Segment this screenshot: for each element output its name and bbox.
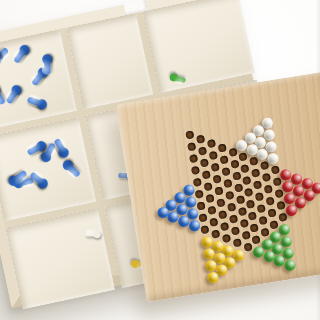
blue-pawn[interactable] [0, 87, 6, 105]
blue-pawn[interactable] [6, 87, 20, 105]
compartment-top-right [143, 0, 255, 93]
photo-stage [0, 0, 320, 320]
blue-peg[interactable] [167, 210, 180, 223]
blue-pawn[interactable] [26, 97, 44, 108]
board-hole[interactable] [195, 190, 204, 199]
board-hole[interactable] [269, 220, 278, 229]
board-hole[interactable] [225, 191, 234, 200]
board-hole[interactable] [248, 212, 257, 221]
board-hole[interactable] [196, 135, 205, 144]
board-cell [157, 205, 169, 218]
board-cell [189, 219, 201, 232]
board-hole[interactable] [201, 225, 210, 234]
board-hole[interactable] [232, 172, 241, 181]
board-cell [252, 245, 264, 258]
board-hole[interactable] [199, 213, 208, 222]
board-hole[interactable] [241, 231, 250, 240]
board-hole[interactable] [270, 165, 279, 174]
board-hole[interactable] [219, 155, 228, 164]
board-hole[interactable] [207, 139, 216, 148]
blue-pawn[interactable] [44, 57, 50, 74]
board-hole[interactable] [209, 218, 218, 227]
board-cell [263, 249, 275, 262]
board-hole[interactable] [220, 222, 229, 231]
blue-peg[interactable] [188, 219, 201, 232]
board-hole[interactable] [259, 216, 268, 225]
board-hole[interactable] [239, 152, 248, 161]
board-hole[interactable] [237, 207, 246, 216]
blue-pawn[interactable] [13, 46, 28, 63]
yellow-peg[interactable] [206, 271, 219, 284]
board-hole[interactable] [230, 160, 239, 169]
board-hole[interactable] [204, 182, 213, 191]
board-hole[interactable] [249, 157, 258, 166]
board-row [157, 205, 169, 218]
board-hole[interactable] [193, 178, 202, 187]
board-hole[interactable] [209, 151, 218, 160]
board-hole[interactable] [242, 176, 251, 185]
board-hole[interactable] [264, 185, 273, 194]
board-hole[interactable] [189, 154, 198, 163]
blue-peg[interactable] [178, 215, 191, 228]
board-hole[interactable] [222, 234, 231, 243]
board-hole[interactable] [274, 189, 283, 198]
board-hole[interactable] [239, 219, 248, 228]
board-hole[interactable] [276, 201, 285, 210]
board-hole[interactable] [255, 192, 264, 201]
green-stray-peg[interactable] [172, 75, 186, 83]
board-hole[interactable] [252, 235, 261, 244]
board-hole[interactable] [206, 194, 215, 203]
board-hole[interactable] [236, 195, 245, 204]
compartment-top-middle [67, 13, 153, 109]
compartment-top-left [0, 29, 77, 130]
blue-pawn[interactable] [65, 162, 81, 178]
board-hole[interactable] [221, 167, 230, 176]
board-hole[interactable] [229, 215, 238, 224]
white-stray-peg[interactable] [85, 231, 98, 236]
board-hole[interactable] [257, 204, 266, 213]
board-hole[interactable] [265, 197, 274, 206]
board-hole[interactable] [217, 143, 226, 152]
blue-pawn[interactable] [54, 138, 67, 156]
green-peg[interactable] [252, 245, 265, 258]
board-hole[interactable] [212, 175, 221, 184]
compartment-bottom-left [6, 208, 116, 309]
board-hole[interactable] [197, 201, 206, 210]
compartment-middle-left [0, 118, 96, 221]
board-cell [168, 210, 180, 223]
blue-peg[interactable] [156, 206, 169, 219]
board-hole[interactable] [267, 208, 276, 217]
board-hole[interactable] [260, 228, 269, 237]
board-hole[interactable] [234, 183, 243, 192]
board-hole[interactable] [243, 243, 252, 252]
board-hole[interactable] [202, 170, 211, 179]
board-hole[interactable] [251, 169, 260, 178]
board-cell [274, 254, 286, 267]
board-hole[interactable] [262, 173, 271, 182]
board-hole[interactable] [191, 166, 200, 175]
board-hole[interactable] [240, 164, 249, 173]
board-hole[interactable] [211, 163, 220, 172]
board-hole[interactable] [211, 230, 220, 239]
star-grid [145, 110, 320, 290]
board-hole[interactable] [198, 147, 207, 156]
board-hole[interactable] [218, 210, 227, 219]
board-hole[interactable] [231, 226, 240, 235]
board-hole[interactable] [186, 130, 195, 139]
board-hole[interactable] [223, 179, 232, 188]
board-hole[interactable] [214, 186, 223, 195]
board-hole[interactable] [250, 223, 259, 232]
board-hole[interactable] [246, 200, 255, 209]
green-peg[interactable] [273, 254, 286, 267]
board-hole[interactable] [272, 177, 281, 186]
board-hole[interactable] [216, 198, 225, 207]
board-hole[interactable] [200, 158, 209, 167]
board-hole[interactable] [232, 238, 241, 247]
board-hole[interactable] [260, 161, 269, 170]
board-hole[interactable] [228, 148, 237, 157]
board-cell [178, 214, 190, 227]
board-cell [207, 270, 219, 283]
green-peg[interactable] [284, 259, 297, 272]
board-hole[interactable] [227, 203, 236, 212]
board-hole[interactable] [253, 180, 262, 189]
board-hole[interactable] [187, 142, 196, 151]
board-hole[interactable] [244, 188, 253, 197]
green-peg[interactable] [263, 250, 276, 263]
board-cell [284, 258, 296, 271]
board-cell [286, 203, 298, 216]
chinese-checkers-board [116, 72, 320, 302]
board-hole[interactable] [278, 213, 287, 222]
board-hole[interactable] [207, 206, 216, 215]
